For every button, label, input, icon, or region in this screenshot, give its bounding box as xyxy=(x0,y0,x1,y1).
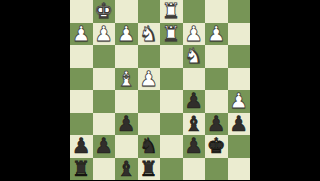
white-pawn-icon: ♟ xyxy=(94,23,113,45)
white-pawn-icon: ♟ xyxy=(72,23,91,45)
square-b3[interactable] xyxy=(205,45,228,68)
square-b5[interactable] xyxy=(205,90,228,113)
square-c4[interactable] xyxy=(183,68,206,91)
white-rook-icon: ♜ xyxy=(162,23,181,45)
square-e6[interactable] xyxy=(138,113,161,136)
square-a3[interactable] xyxy=(228,45,251,68)
black-knight-icon: ♞ xyxy=(139,135,158,157)
square-a6[interactable]: ♟ xyxy=(228,113,251,136)
square-a1[interactable] xyxy=(228,0,251,23)
square-g1[interactable]: ♚ xyxy=(93,0,116,23)
square-e8[interactable]: ♜ xyxy=(138,158,161,181)
white-bishop-icon: ♝ xyxy=(117,68,136,90)
square-b1[interactable] xyxy=(205,0,228,23)
square-h1[interactable] xyxy=(70,0,93,23)
square-f3[interactable] xyxy=(115,45,138,68)
square-h6[interactable] xyxy=(70,113,93,136)
white-king-icon: ♚ xyxy=(94,0,113,22)
white-knight-icon: ♞ xyxy=(139,23,158,45)
chess-board: ♚♜♟♟♟♞♜♟♟♞♝♟♟♟♟♝♟♟♟♟♞♟♚♜♝♜ xyxy=(70,0,250,180)
square-h7[interactable]: ♟ xyxy=(70,135,93,158)
white-pawn-icon: ♟ xyxy=(117,23,136,45)
square-e2[interactable]: ♞ xyxy=(138,23,161,46)
square-d4[interactable] xyxy=(160,68,183,91)
square-g4[interactable] xyxy=(93,68,116,91)
black-pawn-icon: ♟ xyxy=(94,135,113,157)
square-d2[interactable]: ♜ xyxy=(160,23,183,46)
square-d3[interactable] xyxy=(160,45,183,68)
black-pawn-icon: ♟ xyxy=(72,135,91,157)
screenshot-background: ♚♜♟♟♟♞♜♟♟♞♝♟♟♟♟♝♟♟♟♟♞♟♚♜♝♜ xyxy=(0,0,320,180)
square-f2[interactable]: ♟ xyxy=(115,23,138,46)
black-pawn-icon: ♟ xyxy=(117,113,136,135)
square-f7[interactable] xyxy=(115,135,138,158)
white-pawn-icon: ♟ xyxy=(184,23,203,45)
square-d7[interactable] xyxy=(160,135,183,158)
square-e5[interactable] xyxy=(138,90,161,113)
square-b2[interactable]: ♟ xyxy=(205,23,228,46)
square-c3[interactable]: ♞ xyxy=(183,45,206,68)
square-c6[interactable]: ♝ xyxy=(183,113,206,136)
black-rook-icon: ♜ xyxy=(72,158,91,180)
square-b7[interactable]: ♚ xyxy=(205,135,228,158)
square-c2[interactable]: ♟ xyxy=(183,23,206,46)
white-pawn-icon: ♟ xyxy=(229,90,248,112)
square-g5[interactable] xyxy=(93,90,116,113)
right-letterbox-bar xyxy=(250,0,320,180)
square-e7[interactable]: ♞ xyxy=(138,135,161,158)
black-king-icon: ♚ xyxy=(207,135,226,157)
black-rook-icon: ♜ xyxy=(139,158,158,180)
black-pawn-icon: ♟ xyxy=(184,135,203,157)
square-h3[interactable] xyxy=(70,45,93,68)
square-a4[interactable] xyxy=(228,68,251,91)
black-pawn-icon: ♟ xyxy=(229,113,248,135)
white-rook-icon: ♜ xyxy=(162,0,181,22)
square-f1[interactable] xyxy=(115,0,138,23)
square-g2[interactable]: ♟ xyxy=(93,23,116,46)
square-c5[interactable]: ♟ xyxy=(183,90,206,113)
square-a5[interactable]: ♟ xyxy=(228,90,251,113)
square-a7[interactable] xyxy=(228,135,251,158)
black-bishop-icon: ♝ xyxy=(117,158,136,180)
square-b6[interactable]: ♟ xyxy=(205,113,228,136)
square-g3[interactable] xyxy=(93,45,116,68)
square-g8[interactable] xyxy=(93,158,116,181)
white-pawn-icon: ♟ xyxy=(207,23,226,45)
black-pawn-icon: ♟ xyxy=(184,90,203,112)
square-c7[interactable]: ♟ xyxy=(183,135,206,158)
square-g6[interactable] xyxy=(93,113,116,136)
square-f4[interactable]: ♝ xyxy=(115,68,138,91)
black-bishop-icon: ♝ xyxy=(184,113,203,135)
square-c1[interactable] xyxy=(183,0,206,23)
square-f8[interactable]: ♝ xyxy=(115,158,138,181)
square-f5[interactable] xyxy=(115,90,138,113)
square-e3[interactable] xyxy=(138,45,161,68)
square-h5[interactable] xyxy=(70,90,93,113)
square-h4[interactable] xyxy=(70,68,93,91)
square-g7[interactable]: ♟ xyxy=(93,135,116,158)
square-c8[interactable] xyxy=(183,158,206,181)
square-h2[interactable]: ♟ xyxy=(70,23,93,46)
square-a2[interactable] xyxy=(228,23,251,46)
square-a8[interactable] xyxy=(228,158,251,181)
square-b4[interactable] xyxy=(205,68,228,91)
black-pawn-icon: ♟ xyxy=(207,113,226,135)
square-d8[interactable] xyxy=(160,158,183,181)
square-e4[interactable]: ♟ xyxy=(138,68,161,91)
square-d6[interactable] xyxy=(160,113,183,136)
left-letterbox-bar xyxy=(0,0,70,180)
white-pawn-icon: ♟ xyxy=(139,68,158,90)
square-b8[interactable] xyxy=(205,158,228,181)
square-h8[interactable]: ♜ xyxy=(70,158,93,181)
square-f6[interactable]: ♟ xyxy=(115,113,138,136)
square-e1[interactable] xyxy=(138,0,161,23)
square-d5[interactable] xyxy=(160,90,183,113)
white-knight-icon: ♞ xyxy=(184,45,203,67)
square-d1[interactable]: ♜ xyxy=(160,0,183,23)
